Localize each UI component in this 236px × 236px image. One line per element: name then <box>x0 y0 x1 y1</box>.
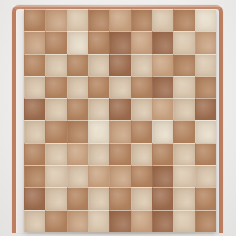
board-cell-r9c7 <box>152 187 173 209</box>
board-cell-r9c6 <box>131 187 152 209</box>
board-cell-r9c3 <box>67 187 88 209</box>
board-cell-r1c7 <box>152 9 173 31</box>
board-cell-r8c1 <box>24 165 45 187</box>
board-cell-r10c7 <box>152 210 173 232</box>
board-cell-r9c5 <box>109 187 130 209</box>
board-cell-r9c2 <box>45 187 66 209</box>
board-cell-r3c7 <box>152 54 173 76</box>
board-cell-r2c6 <box>131 31 152 53</box>
board-cell-r4c3 <box>67 76 88 98</box>
board-cell-r7c1 <box>24 143 45 165</box>
board-cell-r8c2 <box>45 165 66 187</box>
board-cell-r8c3 <box>67 165 88 187</box>
board-cell-r8c9 <box>195 165 216 187</box>
board-cell-r6c6 <box>131 120 152 142</box>
board-cell-r10c1 <box>24 210 45 232</box>
board-cell-r10c9 <box>195 210 216 232</box>
board-cell-r10c5 <box>109 210 130 232</box>
board-cell-r10c2 <box>45 210 66 232</box>
board-cell-r6c5 <box>109 120 130 142</box>
board-cell-r9c1 <box>24 187 45 209</box>
board-cell-r7c8 <box>173 143 194 165</box>
board-cell-r1c6 <box>131 9 152 31</box>
board-cell-r10c6 <box>131 210 152 232</box>
board-cell-r6c7 <box>152 120 173 142</box>
board-cell-r3c5 <box>109 54 130 76</box>
board-cell-r4c8 <box>173 76 194 98</box>
board-cell-r6c8 <box>173 120 194 142</box>
board-cell-r3c1 <box>24 54 45 76</box>
board-cell-r3c4 <box>88 54 109 76</box>
board-cell-r4c7 <box>152 76 173 98</box>
board-cell-r1c8 <box>173 9 194 31</box>
board-cell-r2c5 <box>109 31 130 53</box>
board-cell-r2c1 <box>24 31 45 53</box>
board-cell-r3c3 <box>67 54 88 76</box>
board-cell-r8c5 <box>109 165 130 187</box>
board-cell-r9c4 <box>88 187 109 209</box>
board-cell-r10c4 <box>88 210 109 232</box>
board-cell-r6c3 <box>67 120 88 142</box>
board-cell-r8c8 <box>173 165 194 187</box>
board-cell-r5c2 <box>45 98 66 120</box>
board-cell-r5c6 <box>131 98 152 120</box>
board-cell-r4c6 <box>131 76 152 98</box>
product-photo-scene <box>0 0 236 236</box>
board-cell-r3c6 <box>131 54 152 76</box>
board-cell-r10c3 <box>67 210 88 232</box>
board-cell-r1c4 <box>88 9 109 31</box>
board-cell-r2c2 <box>45 31 66 53</box>
board-cell-r2c4 <box>88 31 109 53</box>
board-cell-r2c8 <box>173 31 194 53</box>
board-cell-r5c3 <box>67 98 88 120</box>
board-cell-r1c1 <box>24 9 45 31</box>
board-cell-r5c1 <box>24 98 45 120</box>
board-cell-r4c1 <box>24 76 45 98</box>
copper-pipe-highlight <box>12 5 223 7</box>
board-cell-r4c5 <box>109 76 130 98</box>
board-cell-r6c9 <box>195 120 216 142</box>
board-cell-r6c2 <box>45 120 66 142</box>
board-cell-r10c8 <box>173 210 194 232</box>
board-cell-r4c2 <box>45 76 66 98</box>
board-cell-r9c8 <box>173 187 194 209</box>
board-cell-r2c9 <box>195 31 216 53</box>
board-cell-r8c7 <box>152 165 173 187</box>
board-cell-r7c7 <box>152 143 173 165</box>
board-cell-r7c3 <box>67 143 88 165</box>
board-cell-r5c7 <box>152 98 173 120</box>
board-cell-r7c9 <box>195 143 216 165</box>
board-cell-r7c4 <box>88 143 109 165</box>
board-cell-r8c4 <box>88 165 109 187</box>
board-cell-r8c6 <box>131 165 152 187</box>
board-cell-r3c8 <box>173 54 194 76</box>
board-cell-r5c4 <box>88 98 109 120</box>
board-cell-r2c7 <box>152 31 173 53</box>
board-cell-r1c5 <box>109 9 130 31</box>
board-cell-r7c6 <box>131 143 152 165</box>
board-cell-r7c2 <box>45 143 66 165</box>
board-cell-r6c1 <box>24 120 45 142</box>
board-cell-r1c2 <box>45 9 66 31</box>
board-cell-r5c8 <box>173 98 194 120</box>
board-cell-r5c9 <box>195 98 216 120</box>
board-cell-r7c5 <box>109 143 130 165</box>
rug-checkerboard <box>24 9 216 232</box>
board-cell-r3c2 <box>45 54 66 76</box>
board-cell-r4c4 <box>88 76 109 98</box>
board-cell-r4c9 <box>195 76 216 98</box>
board-cell-r3c9 <box>195 54 216 76</box>
board-cell-r6c4 <box>88 120 109 142</box>
board-cell-r2c3 <box>67 31 88 53</box>
board-cell-r1c3 <box>67 9 88 31</box>
board-cell-r9c9 <box>195 187 216 209</box>
board-cell-r5c5 <box>109 98 130 120</box>
board-cell-r1c9 <box>195 9 216 31</box>
